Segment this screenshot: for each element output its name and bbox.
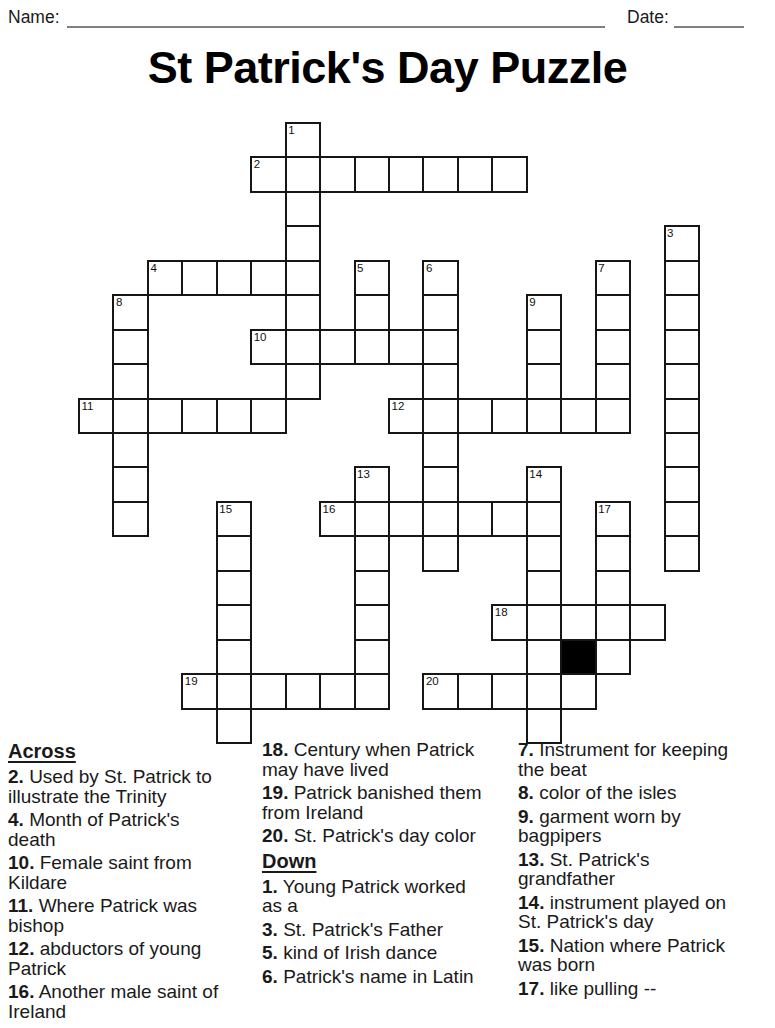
clue-text: Where Patrick was bishop — [8, 895, 197, 936]
grid-cell[interactable] — [112, 466, 148, 502]
grid-cell[interactable] — [216, 708, 252, 744]
clue-item-20: 20. St. Patrick's day color — [262, 826, 512, 846]
across-heading: Across — [8, 740, 254, 762]
down-heading: Down — [262, 850, 512, 872]
grid-cell[interactable] — [388, 501, 424, 537]
black-cell — [560, 639, 596, 675]
grid-cell[interactable] — [526, 329, 562, 365]
name-label: Name: — [8, 7, 60, 28]
clue-number: 17 — [598, 504, 611, 516]
grid-cell[interactable] — [319, 156, 355, 192]
clue-text: Patrick's name in Latin — [278, 966, 474, 987]
grid-cell[interactable] — [181, 398, 217, 434]
grid-cell[interactable] — [595, 398, 631, 434]
grid-cell[interactable] — [457, 673, 493, 709]
grid-cell[interactable] — [354, 673, 390, 709]
grid-cell[interactable] — [595, 570, 631, 606]
grid-cell[interactable] — [216, 570, 252, 606]
grid-cell[interactable] — [595, 604, 631, 640]
grid-cell[interactable] — [491, 501, 527, 537]
grid-cell[interactable] — [354, 501, 390, 537]
grid-cell[interactable] — [560, 398, 596, 434]
grid-cell[interactable] — [491, 398, 527, 434]
clue-number: 20 — [426, 676, 439, 688]
clue-text: Used by St. Patrick to illustrate the Tr… — [8, 766, 212, 807]
clue-number: 15 — [219, 504, 232, 516]
grid-cell[interactable] — [112, 363, 148, 399]
grid-cell[interactable] — [354, 604, 390, 640]
clue-item-3: 3. St. Patrick's Father — [262, 920, 512, 940]
grid-cell[interactable] — [560, 604, 596, 640]
grid-cell[interactable] — [250, 673, 286, 709]
grid-cell[interactable] — [354, 639, 390, 675]
grid-cell[interactable] — [147, 398, 183, 434]
clue-item-2: 2. Used by St. Patrick to illustrate the… — [8, 767, 254, 806]
clue-item-4: 4. Month of Patrick's death — [8, 810, 254, 849]
grid-cell[interactable] — [422, 294, 458, 330]
grid-cell[interactable] — [354, 329, 390, 365]
grid-cell[interactable] — [664, 294, 700, 330]
grid-cell[interactable] — [664, 329, 700, 365]
grid-cell[interactable] — [388, 156, 424, 192]
grid-cell[interactable] — [457, 398, 493, 434]
grid-cell[interactable] — [285, 294, 321, 330]
grid-cell[interactable] — [285, 673, 321, 709]
clue-number: 10 — [254, 332, 267, 344]
clue-number: 4 — [150, 263, 156, 275]
clue-item-5: 5. kind of Irish dance — [262, 943, 512, 963]
grid-cell[interactable] — [112, 329, 148, 365]
crossword-grid: 1234567891011121314151617181920 — [79, 123, 699, 743]
grid-cell[interactable] — [526, 604, 562, 640]
grid-cell[interactable] — [354, 156, 390, 192]
grid-cell[interactable] — [422, 156, 458, 192]
grid-cell[interactable] — [664, 260, 700, 296]
clue-text: Month of Patrick's death — [8, 809, 180, 850]
clue-text: garment worn by bagpipers — [518, 806, 681, 847]
page-title: St Patrick's Day Puzzle — [0, 42, 775, 94]
clue-number: 9 — [529, 297, 535, 309]
clue-text: kind of Irish dance — [278, 942, 437, 963]
grid-cell[interactable] — [526, 639, 562, 675]
grid-cell[interactable] — [595, 535, 631, 571]
clue-item-9: 9. garment worn by bagpipers — [518, 807, 772, 846]
clue-number: 1 — [288, 125, 294, 137]
grid-cell[interactable] — [629, 604, 665, 640]
clue-num: 15. — [518, 935, 544, 956]
clue-num: 19. — [262, 782, 288, 803]
clue-num: 5. — [262, 942, 278, 963]
clue-text: Young Patrick worked as a — [262, 876, 466, 917]
clue-column-3: 7. Instrument for keeping the beat8. col… — [518, 740, 772, 1002]
grid-cell[interactable] — [285, 363, 321, 399]
clue-number: 7 — [598, 263, 604, 275]
clue-number: 2 — [254, 159, 260, 171]
clue-num: 4. — [8, 809, 24, 830]
clue-text: color of the isles — [534, 782, 677, 803]
clue-item-19: 19. Patrick banished them from Ireland — [262, 783, 512, 822]
grid-cell[interactable] — [250, 398, 286, 434]
clue-item-12: 12. abductors of young Patrick — [8, 939, 254, 978]
clue-item-1: 1. Young Patrick worked as a — [262, 877, 512, 916]
grid-cell[interactable] — [664, 466, 700, 502]
clue-item-8: 8. color of the isles — [518, 783, 772, 803]
grid-cell[interactable] — [422, 432, 458, 468]
name-blank-line[interactable] — [67, 10, 605, 28]
grid-cell[interactable] — [319, 673, 355, 709]
clue-num: 1. — [262, 876, 278, 897]
clue-number: 19 — [185, 676, 198, 688]
clue-column-1: Across2. Used by St. Patrick to illustra… — [8, 740, 254, 1025]
clue-text: Nation where Patrick was born — [518, 935, 725, 976]
clue-item-14: 14. instrument played on St. Patrick's d… — [518, 893, 772, 932]
grid-cell[interactable] — [285, 156, 321, 192]
clue-number: 11 — [82, 401, 94, 413]
grid-cell[interactable] — [112, 501, 148, 537]
clue-text: Female saint from Kildare — [8, 852, 192, 893]
clue-item-13: 13. St. Patrick's grandfather — [518, 850, 772, 889]
clue-item-18: 18. Century when Patrick may have lived — [262, 740, 512, 779]
grid-cell[interactable] — [526, 673, 562, 709]
grid-cell[interactable] — [354, 294, 390, 330]
clue-item-6: 6. Patrick's name in Latin — [262, 967, 512, 987]
grid-cell[interactable] — [388, 329, 424, 365]
grid-cell[interactable] — [422, 501, 458, 537]
clue-number: 18 — [495, 607, 508, 619]
grid-cell[interactable] — [112, 398, 148, 434]
grid-cell[interactable] — [526, 363, 562, 399]
grid-cell[interactable] — [216, 639, 252, 675]
grid-cell[interactable] — [457, 501, 493, 537]
grid-cell[interactable] — [216, 673, 252, 709]
grid-cell[interactable] — [664, 363, 700, 399]
clue-num: 9. — [518, 806, 534, 827]
clue-text: St. Patrick's day color — [288, 825, 475, 846]
grid-cell[interactable] — [422, 363, 458, 399]
clue-num: 16. — [8, 981, 34, 1002]
grid-cell[interactable] — [112, 432, 148, 468]
clue-column-2: 18. Century when Patrick may have lived1… — [262, 740, 512, 990]
grid-cell[interactable] — [595, 329, 631, 365]
grid-cell[interactable] — [595, 363, 631, 399]
clue-number: 14 — [529, 469, 542, 481]
clue-num: 20. — [262, 825, 288, 846]
date-label: Date: — [627, 7, 669, 28]
clue-num: 13. — [518, 849, 544, 870]
grid-cell[interactable] — [526, 398, 562, 434]
grid-cell[interactable] — [457, 156, 493, 192]
grid-cell[interactable] — [664, 535, 700, 571]
grid-cell[interactable] — [250, 260, 286, 296]
clue-num: 14. — [518, 892, 544, 913]
clue-number: 6 — [426, 263, 432, 275]
clue-text: Patrick banished them from Ireland — [262, 782, 482, 823]
grid-cell[interactable] — [526, 501, 562, 537]
clue-number: 8 — [116, 297, 122, 309]
grid-cell[interactable] — [319, 329, 355, 365]
clue-item-15: 15. Nation where Patrick was born — [518, 936, 772, 975]
grid-cell[interactable] — [422, 398, 458, 434]
grid-cell[interactable] — [216, 604, 252, 640]
grid-cell[interactable] — [595, 294, 631, 330]
grid-cell[interactable] — [354, 535, 390, 571]
clue-item-17: 17. like pulling -- — [518, 979, 772, 999]
clue-number: 13 — [357, 469, 370, 481]
clue-number: 3 — [667, 228, 673, 240]
clue-num: 10. — [8, 852, 34, 873]
grid-cell[interactable] — [285, 191, 321, 227]
clue-num: 2. — [8, 766, 24, 787]
clue-text: instrument played on St. Patrick's day — [518, 892, 726, 933]
grid-cell[interactable] — [285, 225, 321, 261]
grid-cell[interactable] — [422, 535, 458, 571]
grid-cell[interactable] — [664, 501, 700, 537]
clue-item-11: 11. Where Patrick was bishop — [8, 896, 254, 935]
clue-number: 12 — [392, 401, 405, 413]
grid-cell[interactable] — [595, 639, 631, 675]
clue-num: 12. — [8, 938, 34, 959]
grid-cell[interactable] — [285, 329, 321, 365]
clue-item-10: 10. Female saint from Kildare — [8, 853, 254, 892]
date-blank-line[interactable] — [674, 10, 744, 28]
grid-cell[interactable] — [526, 535, 562, 571]
grid-cell[interactable] — [285, 260, 321, 296]
grid-cell[interactable] — [422, 466, 458, 502]
grid-cell[interactable] — [560, 673, 596, 709]
clue-num: 8. — [518, 782, 534, 803]
clue-num: 3. — [262, 919, 278, 940]
grid-cell[interactable] — [354, 570, 390, 606]
grid-cell[interactable] — [664, 398, 700, 434]
clue-num: 18. — [262, 739, 288, 760]
clue-text: Instrument for keeping the beat — [518, 739, 728, 780]
grid-cell[interactable] — [526, 570, 562, 606]
clue-text: St. Patrick's Father — [278, 919, 443, 940]
clue-text: Century when Patrick may have lived — [262, 739, 474, 780]
grid-cell[interactable] — [216, 535, 252, 571]
clue-text: Another male saint of Ireland — [8, 981, 218, 1022]
grid-cell[interactable] — [664, 432, 700, 468]
clue-text: like pulling -- — [544, 978, 656, 999]
grid-cell[interactable] — [422, 329, 458, 365]
grid-cell[interactable] — [491, 156, 527, 192]
clue-num: 6. — [262, 966, 278, 987]
clue-item-16: 16. Another male saint of Ireland — [8, 982, 254, 1021]
clue-item-7: 7. Instrument for keeping the beat — [518, 740, 772, 779]
clue-num: 7. — [518, 739, 534, 760]
grid-cell[interactable] — [491, 673, 527, 709]
clue-text: abductors of young Patrick — [8, 938, 201, 979]
clue-num: 17. — [518, 978, 544, 999]
grid-cell[interactable] — [216, 398, 252, 434]
clue-num: 11. — [8, 895, 33, 916]
grid-cell[interactable] — [216, 260, 252, 296]
grid-cell[interactable] — [181, 260, 217, 296]
clue-number: 16 — [323, 504, 336, 516]
clue-number: 5 — [357, 263, 363, 275]
